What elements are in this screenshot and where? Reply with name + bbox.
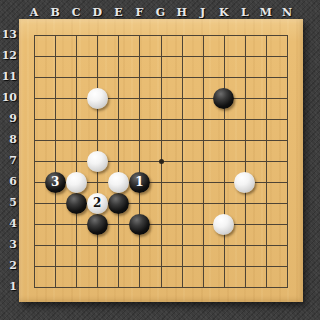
go-board[interactable]: 312 [19,19,303,302]
stone-black-C5[interactable] [66,193,87,214]
move-number-label: 2 [93,197,101,209]
row-label-13: 13 [0,28,17,42]
grid-line [266,35,267,288]
column-label-N: N [277,6,297,20]
row-label-4: 4 [0,217,17,231]
stone-black-F6[interactable]: 1 [129,172,150,193]
stone-black-B6[interactable]: 3 [45,172,66,193]
column-label-M: M [256,6,276,20]
row-label-3: 3 [0,238,17,252]
stone-white-E6[interactable] [108,172,129,193]
row-label-12: 12 [0,49,17,63]
stone-white-K4[interactable] [213,214,234,235]
column-label-L: L [235,6,255,20]
grid-line [139,35,140,288]
row-label-5: 5 [0,196,17,210]
move-number-label: 1 [135,176,143,188]
column-label-C: C [66,6,86,20]
stone-black-K10[interactable] [213,88,234,109]
row-label-6: 6 [0,175,17,189]
stone-white-D5[interactable]: 2 [87,193,108,214]
star-point-G7 [159,159,164,164]
column-label-B: B [45,6,65,20]
column-label-H: H [172,6,192,20]
stone-black-F4[interactable] [129,214,150,235]
stone-white-L6[interactable] [234,172,255,193]
grid-line [76,35,77,288]
row-label-11: 11 [0,70,17,84]
grid-line [287,35,288,288]
row-label-7: 7 [0,154,17,168]
grid-line [224,35,225,288]
row-label-9: 9 [0,112,17,126]
go-diagram: ABCDEFGHJKLMN 13121110987654321 312 [0,0,320,320]
stone-white-D7[interactable] [87,151,108,172]
row-label-2: 2 [0,259,17,273]
grid-line [55,35,56,288]
grid-line [118,35,119,288]
row-label-10: 10 [0,91,17,105]
column-label-D: D [87,6,107,20]
stone-white-D10[interactable] [87,88,108,109]
grid-line [34,35,35,288]
column-label-J: J [193,6,213,20]
column-label-F: F [129,6,149,20]
column-label-K: K [214,6,234,20]
grid-line [182,35,183,288]
grid-line [203,35,204,288]
stone-black-E5[interactable] [108,193,129,214]
row-label-8: 8 [0,133,17,147]
column-label-A: A [24,6,44,20]
column-label-G: G [151,6,171,20]
move-number-label: 3 [51,176,59,188]
column-label-E: E [108,6,128,20]
stone-black-D4[interactable] [87,214,108,235]
row-label-1: 1 [0,280,17,294]
stone-white-C6[interactable] [66,172,87,193]
grid-line [245,35,246,288]
